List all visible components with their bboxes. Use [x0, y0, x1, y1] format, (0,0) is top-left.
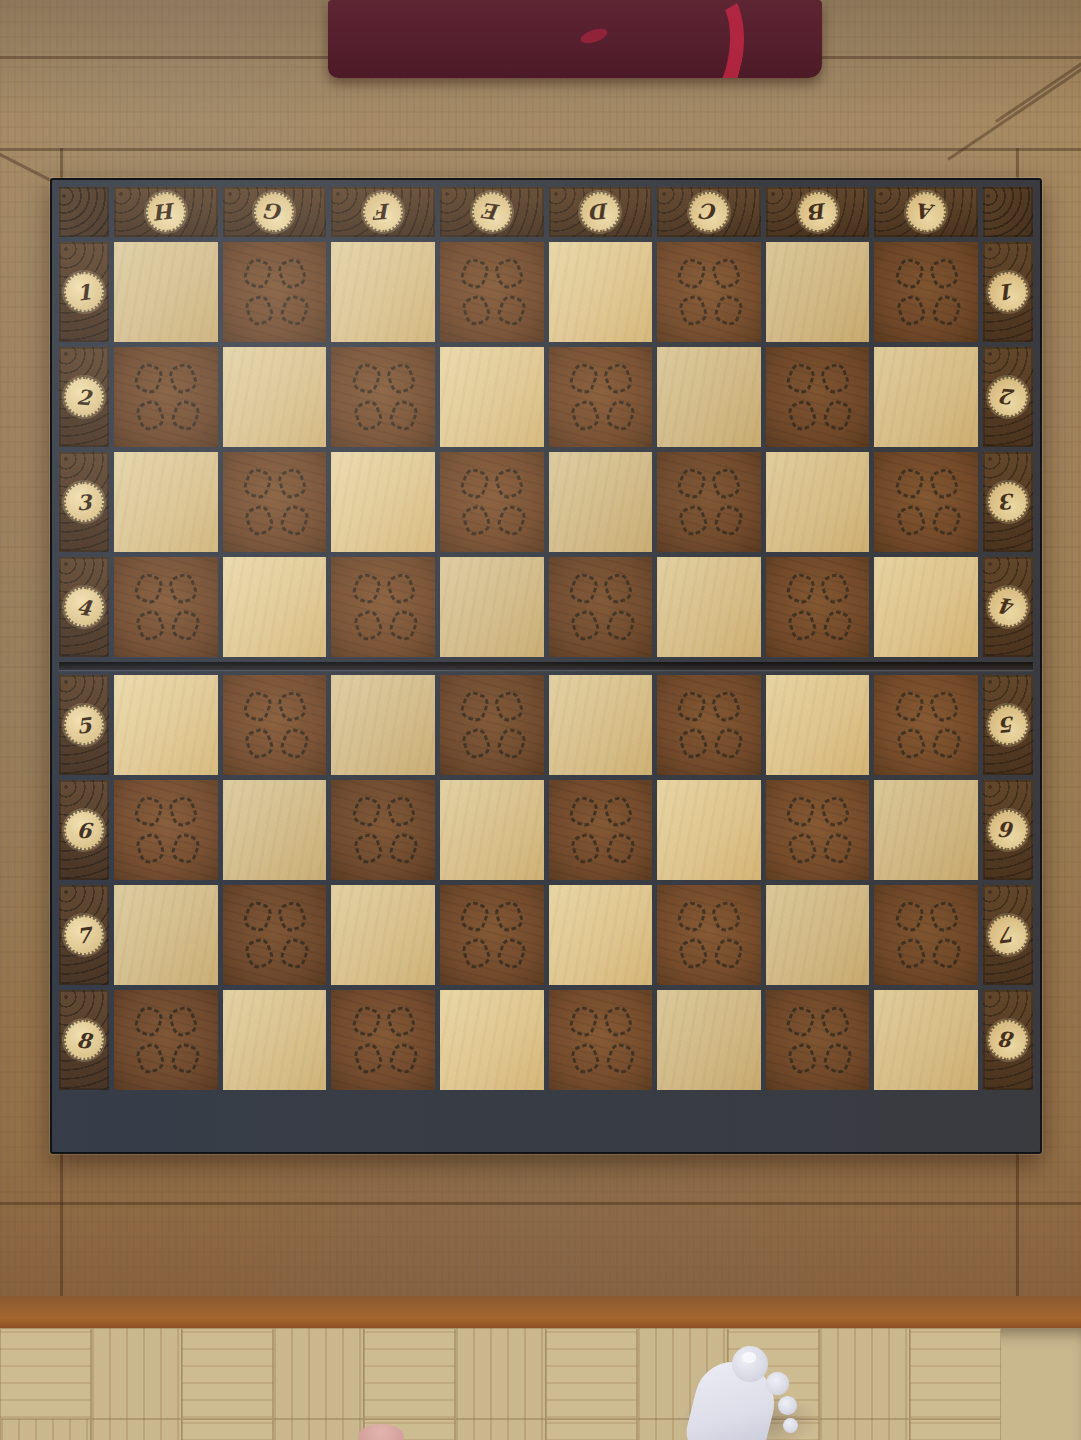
- carved-flower-motif: [125, 355, 207, 440]
- file-label-top-h: H: [114, 187, 218, 237]
- square-f4: [331, 557, 435, 657]
- carved-flower-motif: [885, 893, 967, 978]
- square-a1: [874, 242, 978, 342]
- square-a4: [874, 557, 978, 657]
- photo-scene: HGFEDCBAHGFEDCBA1234567812345678: [0, 0, 1081, 1440]
- coordinate-label-flipped: 2: [986, 375, 1029, 418]
- parquet-tile: [910, 1328, 1001, 1419]
- rank-label-left-6: 6: [59, 780, 109, 880]
- carved-flower-motif: [559, 355, 641, 440]
- carved-flower-motif: [559, 565, 641, 650]
- square-d7: [549, 885, 653, 985]
- storage-box: [328, 0, 822, 78]
- carved-flower-motif: [885, 250, 967, 335]
- rank-label-right-3: 3: [983, 452, 1033, 552]
- square-e2: [440, 347, 544, 447]
- parquet-tile: [182, 1419, 273, 1440]
- fourth-toe: [783, 1418, 798, 1433]
- board-corner-ornament: [59, 187, 109, 237]
- big-toe: [732, 1346, 768, 1382]
- carved-flower-motif: [777, 565, 859, 650]
- square-c6: [657, 780, 761, 880]
- parquet-tile: [91, 1419, 182, 1440]
- file-label-top-c: C: [657, 187, 761, 237]
- coordinate-label: 2: [62, 375, 105, 418]
- carved-flower-motif: [559, 998, 641, 1083]
- square-g1: [223, 242, 327, 342]
- rank-label-right-2: 2: [983, 347, 1033, 447]
- square-b7: [766, 885, 870, 985]
- square-f8: [331, 990, 435, 1090]
- carved-flower-motif: [125, 788, 207, 873]
- carved-flower-motif: [668, 893, 750, 978]
- parquet-tile: [819, 1419, 910, 1440]
- third-toe: [778, 1396, 797, 1415]
- rank-label-right-1: 1: [983, 242, 1033, 342]
- square-c5: [657, 675, 761, 775]
- parquet-tile: [546, 1328, 637, 1419]
- carved-flower-motif: [233, 460, 315, 545]
- square-d3: [549, 452, 653, 552]
- coordinate-label: 6: [63, 809, 106, 852]
- coordinate-label-flipped: C: [688, 191, 731, 234]
- parquet-tile: [273, 1328, 364, 1419]
- table-seam: [0, 148, 1081, 151]
- coordinate-label-flipped: 7: [985, 912, 1030, 957]
- carved-flower-motif: [668, 250, 750, 335]
- parquet-tile: [455, 1419, 546, 1440]
- square-g3: [223, 452, 327, 552]
- coordinate-label-flipped: E: [469, 189, 514, 234]
- square-c4: [657, 557, 761, 657]
- square-f1: [331, 242, 435, 342]
- square-f3: [331, 452, 435, 552]
- coordinate-label: 3: [63, 481, 106, 524]
- rank-label-right-4: 4: [983, 557, 1033, 657]
- square-d5: [549, 675, 653, 775]
- square-g5: [223, 675, 327, 775]
- carved-flower-motif: [233, 250, 315, 335]
- square-d2: [549, 347, 653, 447]
- parquet-tile: [182, 1328, 273, 1419]
- rank-label-right-8: 8: [983, 990, 1033, 1090]
- carved-flower-motif: [451, 460, 533, 545]
- parquet-tile: [0, 1328, 91, 1419]
- square-g8: [223, 990, 327, 1090]
- square-g4: [223, 557, 327, 657]
- file-label-top-a: A: [874, 187, 978, 237]
- square-h3: [114, 452, 218, 552]
- carved-flower-motif: [342, 355, 424, 440]
- square-e8: [440, 990, 544, 1090]
- coordinate-label-flipped: 6: [987, 809, 1030, 852]
- square-a2: [874, 347, 978, 447]
- toenail: [742, 1352, 756, 1363]
- carved-flower-motif: [451, 250, 533, 335]
- parquet-tile: [455, 1328, 546, 1419]
- square-h7: [114, 885, 218, 985]
- box-ribbon-mark: [618, 0, 760, 78]
- square-a3: [874, 452, 978, 552]
- parquet-floor: [0, 1328, 1081, 1440]
- coordinate-label: 4: [61, 584, 106, 629]
- coordinate-label-flipped: 8: [986, 1018, 1030, 1062]
- rank-label-left-1: 1: [59, 242, 109, 342]
- carved-flower-motif: [885, 683, 967, 768]
- carved-flower-motif: [451, 893, 533, 978]
- carved-flower-motif: [777, 998, 859, 1083]
- coordinate-label-flipped: A: [904, 190, 948, 234]
- square-a6: [874, 780, 978, 880]
- carved-flower-motif: [125, 998, 207, 1083]
- carved-flower-motif: [668, 460, 750, 545]
- rank-label-left-2: 2: [59, 347, 109, 447]
- coordinate-label-flipped: F: [362, 191, 405, 234]
- square-a5: [874, 675, 978, 775]
- square-c2: [657, 347, 761, 447]
- square-d4: [549, 557, 653, 657]
- square-c3: [657, 452, 761, 552]
- coordinate-label-flipped: 1: [986, 270, 1031, 315]
- coordinate-label-flipped: 4: [985, 584, 1030, 629]
- parquet-tile: [546, 1419, 637, 1440]
- file-label-top-d: D: [549, 187, 653, 237]
- coordinate-label: 8: [62, 1018, 106, 1062]
- parquet-tile: [91, 1328, 182, 1419]
- coordinate-label-flipped: G: [253, 190, 296, 233]
- square-d1: [549, 242, 653, 342]
- square-h2: [114, 347, 218, 447]
- square-f6: [331, 780, 435, 880]
- parquet-tile: [364, 1328, 455, 1419]
- square-c8: [657, 990, 761, 1090]
- square-e3: [440, 452, 544, 552]
- parquet-tile: [0, 1419, 91, 1440]
- rank-label-left-7: 7: [59, 885, 109, 985]
- carved-flower-motif: [233, 683, 315, 768]
- coordinate-label-flipped: 5: [986, 703, 1030, 747]
- square-b4: [766, 557, 870, 657]
- square-e5: [440, 675, 544, 775]
- square-g7: [223, 885, 327, 985]
- square-h8: [114, 990, 218, 1090]
- square-a7: [874, 885, 978, 985]
- fold-hinge-seam: [59, 662, 1033, 670]
- board-corner-ornament: [983, 187, 1033, 237]
- square-h4: [114, 557, 218, 657]
- box-ribbon-speck: [579, 26, 609, 46]
- square-d8: [549, 990, 653, 1090]
- second-toe: [766, 1372, 789, 1395]
- carved-flower-motif: [342, 565, 424, 650]
- carved-flower-motif: [668, 683, 750, 768]
- carved-flower-motif: [777, 355, 859, 440]
- foot: [688, 1346, 818, 1440]
- rank-label-right-5: 5: [983, 675, 1033, 775]
- rank-label-left-8: 8: [59, 990, 109, 1090]
- square-b8: [766, 990, 870, 1090]
- square-b1: [766, 242, 870, 342]
- chess-board: HGFEDCBAHGFEDCBA1234567812345678: [50, 178, 1042, 1154]
- coordinate-label-flipped: H: [144, 190, 189, 235]
- square-b2: [766, 347, 870, 447]
- rank-label-right-6: 6: [983, 780, 1033, 880]
- square-h5: [114, 675, 218, 775]
- coordinate-label-flipped: B: [795, 189, 840, 234]
- square-f7: [331, 885, 435, 985]
- square-e4: [440, 557, 544, 657]
- file-label-top-b: B: [766, 187, 870, 237]
- coordinate-label: 5: [62, 703, 106, 747]
- square-b5: [766, 675, 870, 775]
- carved-flower-motif: [451, 683, 533, 768]
- square-h6: [114, 780, 218, 880]
- carved-flower-motif: [233, 893, 315, 978]
- square-c7: [657, 885, 761, 985]
- square-h1: [114, 242, 218, 342]
- square-c1: [657, 242, 761, 342]
- square-e6: [440, 780, 544, 880]
- carved-flower-motif: [777, 788, 859, 873]
- square-f5: [331, 675, 435, 775]
- rank-label-right-7: 7: [983, 885, 1033, 985]
- table-front-edge: [0, 1296, 1081, 1330]
- file-label-top-e: E: [440, 187, 544, 237]
- square-g2: [223, 347, 327, 447]
- carved-flower-motif: [125, 565, 207, 650]
- rank-label-left-4: 4: [59, 557, 109, 657]
- square-e7: [440, 885, 544, 985]
- coordinate-label: 7: [61, 912, 106, 957]
- parquet-tile: [273, 1419, 364, 1440]
- carved-flower-motif: [342, 998, 424, 1083]
- parquet-tile: [819, 1328, 910, 1419]
- file-label-top-f: F: [331, 187, 435, 237]
- square-a8: [874, 990, 978, 1090]
- parquet-tile: [910, 1419, 1001, 1440]
- square-g6: [223, 780, 327, 880]
- rank-label-left-5: 5: [59, 675, 109, 775]
- square-b3: [766, 452, 870, 552]
- carved-flower-motif: [342, 788, 424, 873]
- carved-flower-motif: [885, 460, 967, 545]
- square-d6: [549, 780, 653, 880]
- coordinate-label: 1: [62, 270, 107, 315]
- square-e1: [440, 242, 544, 342]
- carved-flower-motif: [559, 788, 641, 873]
- coordinate-label-flipped: 3: [987, 481, 1030, 524]
- square-f2: [331, 347, 435, 447]
- table-seam: [0, 1202, 1081, 1205]
- rank-label-left-3: 3: [59, 452, 109, 552]
- square-b6: [766, 780, 870, 880]
- file-label-top-g: G: [223, 187, 327, 237]
- coordinate-label-flipped: D: [578, 190, 622, 234]
